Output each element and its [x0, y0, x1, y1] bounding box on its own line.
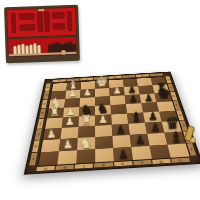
square-c2: ♞: [77, 137, 95, 150]
piece-slot: [19, 14, 34, 20]
square-d4: ♟: [95, 115, 112, 126]
square-c1: [76, 149, 95, 163]
coordinate-label: d: [94, 162, 112, 168]
piece-black-pawn: ♟: [118, 148, 129, 160]
piece-slot: [53, 24, 65, 30]
square-h5: [157, 101, 175, 111]
piece-slot: [45, 11, 50, 32]
hinge-icon: [38, 7, 44, 11]
piece-black-pawn: ♟: [135, 135, 146, 147]
square-f1: [131, 146, 152, 160]
piece-black-king: ♚+: [157, 87, 171, 102]
square-h6: ♚+: [154, 93, 172, 103]
piece-white-rook: ♜: [49, 106, 61, 119]
piece-slot: [67, 11, 72, 31]
piece-white-pawn: ♟: [68, 89, 77, 99]
square-b1: [57, 150, 77, 164]
coordinate-label: 6: [41, 100, 47, 109]
piece-white-knight: ♞: [79, 135, 93, 151]
brass-clasp-hook-icon: [190, 137, 196, 143]
piece-black-pawn: ♟: [144, 93, 153, 103]
piece-slot: [11, 13, 16, 33]
piece-white-rook: ♜: [80, 114, 92, 127]
coordinate-label: 5: [173, 101, 181, 110]
piece-white-pawn: ♟: [62, 139, 73, 151]
piece-black-pawn: ♟: [129, 94, 138, 104]
chessboard-scene: abcdefgh abcdefgh 87654321 87654321 ♝♚♟♟…: [22, 38, 198, 190]
square-f6: ♟: [125, 94, 142, 104]
square-h1: [167, 144, 189, 158]
coordinate-label: 8: [45, 83, 51, 91]
square-f2: ♟: [130, 134, 150, 147]
square-d8: ♚: [95, 80, 109, 89]
square-f4: ♝: [127, 113, 145, 124]
piece-slot: [52, 12, 64, 18]
board-grid: ♝♚♟♟♟♟♜♞♟♟♚+♜♟♞♞♟♜♟♝♟♟♟♟♛♟♞♟♝♟: [37, 76, 191, 166]
square-a1: [38, 151, 59, 165]
box-lid-felt: [6, 7, 77, 38]
coordinate-label: 2: [32, 140, 40, 152]
piece-white-pawn: ♟: [83, 88, 92, 98]
black-king-cross-icon: +: [161, 84, 165, 89]
square-e1: ♟: [113, 147, 133, 161]
piece-white-pawn: ♟: [65, 117, 75, 128]
coordinate-label: a: [36, 166, 55, 172]
square-d1: [95, 148, 114, 162]
piece-black-pawn: ♟: [116, 124, 126, 135]
piece-slot: [19, 25, 34, 31]
piece-slot: [37, 12, 42, 33]
coordinate-label: 1: [29, 153, 37, 166]
coordinate-label: 4: [37, 118, 44, 128]
piece-white-pawn: ♟: [98, 115, 108, 126]
coordinate-label: 5: [39, 109, 46, 118]
square-e5: [110, 104, 127, 114]
piece-white-pawn: ♟: [113, 86, 122, 96]
square-c4: ♜: [78, 116, 95, 127]
piece-black-bishop: ♝: [130, 109, 143, 123]
piece-white-pawn: ♟: [46, 129, 56, 140]
square-h2: ♝: [164, 132, 185, 145]
coordinate-label: 7: [43, 91, 49, 99]
square-a5: ♜: [47, 108, 64, 119]
coordinate-label: 3: [35, 129, 42, 140]
piece-black-bishop: ♝: [169, 129, 183, 145]
piece-black-pawn: ♟: [150, 122, 160, 133]
chessboard: abcdefgh abcdefgh 87654321 87654321 ♝♚♟♟…: [24, 72, 200, 175]
piece-white-king: ♚: [95, 75, 108, 89]
